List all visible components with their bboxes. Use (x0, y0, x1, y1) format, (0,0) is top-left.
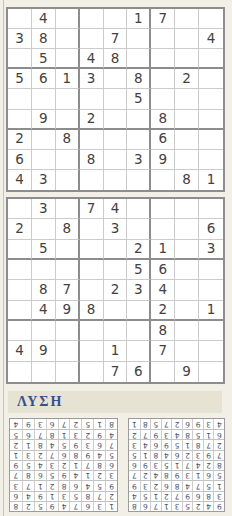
cell-r8c9: 5 (10, 429, 22, 439)
cell-r9c4: 6 (182, 419, 193, 429)
cell-r7c1 (8, 321, 32, 341)
cell-r1c3: 6 (81, 501, 93, 511)
cell-r7c7: 8 (34, 439, 46, 449)
sudoku-puzzle-top: 4173874548561382592828668394381 (6, 7, 225, 192)
cell-r2c5: 7 (104, 29, 128, 49)
cell-r3c2: 5 (203, 480, 214, 490)
cell-r4c2 (32, 260, 56, 280)
cell-r2c7: 1 (150, 491, 161, 501)
cell-r2c5: 3 (104, 219, 128, 239)
cell-r3c7: 1 (151, 240, 175, 260)
cell-r8c3: 5 (192, 429, 203, 439)
cell-r3c7: 2 (150, 480, 161, 490)
cell-r5c4: 1 (69, 460, 81, 470)
cell-r1c4: 7 (80, 199, 104, 219)
cell-r6c1: 7 (213, 450, 224, 460)
cell-r8c5: 1 (104, 341, 128, 361)
cell-r2c4 (80, 29, 104, 49)
cell-r1c1: 1 (105, 501, 117, 511)
cell-r4c3: 1 (192, 470, 203, 480)
cell-r9c2: 3 (203, 419, 214, 429)
cell-r5c2: 2 (203, 460, 214, 470)
cell-r6c6 (127, 110, 151, 130)
cell-r6c9: 5 (129, 450, 140, 460)
cell-r3c5: 8 (171, 480, 182, 490)
cell-r1c1: 9 (213, 501, 224, 511)
cell-r5c3: 7 (56, 280, 80, 300)
solution-header-band: ΛΥΣΗ (8, 391, 222, 413)
cell-r6c8: 3 (22, 450, 34, 460)
cell-r9c2: 3 (32, 170, 56, 190)
cell-r8c6: 8 (46, 429, 58, 439)
cell-r3c6 (127, 49, 151, 69)
cell-r7c3: 8 (56, 130, 80, 150)
magazine-sudoku-page: 4173874548561382592828668394381 37428365… (0, 0, 232, 516)
cell-r3c6: 2 (46, 480, 58, 490)
cell-r4c6: 5 (46, 470, 58, 480)
cell-r1c8: 2 (22, 501, 34, 511)
cell-r6c4: 2 (80, 110, 104, 130)
cell-r8c2: 9 (32, 341, 56, 361)
cell-r5c8: 9 (140, 460, 151, 470)
cell-r2c6 (127, 29, 151, 49)
cell-r3c6: 2 (127, 240, 151, 260)
cell-r5c7: 3 (150, 460, 161, 470)
cell-r5c1: 8 (213, 460, 224, 470)
cell-r4c9: 7 (129, 470, 140, 480)
cell-r1c6 (127, 199, 151, 219)
cell-r5c4 (80, 280, 104, 300)
cell-r7c8: 1 (22, 439, 34, 449)
cell-r1c2: 3 (93, 501, 105, 511)
cell-r5c2: 8 (32, 280, 56, 300)
cell-r6c7: 2 (151, 301, 175, 321)
cell-r9c6 (127, 170, 151, 190)
cell-r3c9 (199, 49, 223, 69)
cell-r2c1: 2 (105, 491, 117, 501)
cell-r9c5: 2 (171, 419, 182, 429)
cell-r3c4: 4 (182, 480, 193, 490)
cell-r6c1: 5 (105, 450, 117, 460)
cell-r5c7: 4 (151, 280, 175, 300)
cell-r9c8: 9 (22, 419, 34, 429)
cell-r6c8 (175, 110, 199, 130)
cell-r7c4: 1 (182, 439, 193, 449)
cell-r4c5 (104, 260, 128, 280)
cell-r6c4: 2 (182, 450, 193, 460)
cell-r1c9: 8 (10, 501, 22, 511)
cell-r7c7: 6 (150, 439, 161, 449)
cell-r2c4: 5 (69, 491, 81, 501)
cell-r2c1: 3 (8, 29, 32, 49)
cell-r7c6 (127, 321, 151, 341)
cell-r6c9 (199, 110, 223, 130)
cell-r9c4 (80, 170, 104, 190)
cell-r8c2: 1 (203, 429, 214, 439)
cell-r4c3 (56, 260, 80, 280)
cell-r9c3 (56, 362, 80, 382)
cell-r5c7 (151, 89, 175, 109)
cell-r6c2: 4 (32, 301, 56, 321)
cell-r4c7: 6 (34, 470, 46, 480)
cell-r1c9: 8 (129, 501, 140, 511)
cell-r1c6: 1 (161, 501, 172, 511)
cell-r4c1 (8, 260, 32, 280)
solution-heading: ΛΥΣΗ (8, 391, 63, 413)
cell-r6c1 (8, 301, 32, 321)
cell-r2c3 (56, 29, 80, 49)
cell-r3c1: 1 (213, 480, 224, 490)
cell-r4c2: 2 (93, 470, 105, 480)
cell-r8c8 (175, 150, 199, 170)
cell-r8c4: 3 (69, 429, 81, 439)
cell-r6c3: 3 (192, 450, 203, 460)
cell-r9c9: 1 (199, 170, 223, 190)
cell-r8c8: 7 (140, 429, 151, 439)
cell-r2c4: 9 (182, 491, 193, 501)
cell-r2c9: 6 (199, 219, 223, 239)
cell-r3c4 (80, 240, 104, 260)
cell-r3c4: 6 (69, 480, 81, 490)
cell-r1c3: 2 (192, 501, 203, 511)
cell-r6c6: 4 (161, 450, 172, 460)
cell-r6c3: 9 (81, 450, 93, 460)
cell-r2c7: 9 (34, 491, 46, 501)
cell-r1c5: 4 (58, 501, 70, 511)
cell-r7c5: 5 (58, 439, 70, 449)
cell-r2c6: 2 (161, 491, 172, 501)
cell-r3c5: 8 (104, 49, 128, 69)
cell-r7c8: 4 (140, 439, 151, 449)
cell-r9c1: 4 (8, 170, 32, 190)
cell-r5c2: 8 (93, 460, 105, 470)
cell-r5c9: 9 (10, 460, 22, 470)
solution-grid-bottom-puzzle-rotated: 1367495282785319469546821733214956876871… (9, 418, 118, 512)
cell-r9c5: 7 (58, 419, 70, 429)
cell-r1c5: 3 (171, 501, 182, 511)
cell-r2c8: 5 (140, 491, 151, 501)
cell-r3c2: 5 (32, 49, 56, 69)
cell-r5c1: 6 (105, 460, 117, 470)
cell-r3c5: 8 (58, 480, 70, 490)
cell-r7c6: 4 (46, 439, 58, 449)
cell-r8c2: 9 (93, 429, 105, 439)
cell-r9c7 (151, 362, 175, 382)
cell-r8c6: 3 (161, 429, 172, 439)
cell-r9c1: 8 (105, 419, 117, 429)
cell-r4c7: 6 (151, 260, 175, 280)
cell-r1c3 (56, 9, 80, 29)
cell-r7c3 (56, 321, 80, 341)
cell-r1c9 (199, 199, 223, 219)
cell-r2c8 (175, 29, 199, 49)
cell-r4c4: 4 (69, 470, 81, 480)
cell-r5c8 (175, 89, 199, 109)
cell-r7c9 (199, 130, 223, 150)
cell-r7c4: 9 (69, 439, 81, 449)
cell-r3c6: 6 (161, 480, 172, 490)
cell-r1c7 (151, 199, 175, 219)
cell-r1c7: 7 (150, 501, 161, 511)
cell-r4c9 (199, 260, 223, 280)
cell-r9c7 (151, 170, 175, 190)
cell-r5c1 (8, 89, 32, 109)
cell-r6c9: 1 (199, 301, 223, 321)
cell-r9c9: 1 (129, 419, 140, 429)
cell-r3c3: 7 (192, 480, 203, 490)
cell-r2c7 (151, 29, 175, 49)
cell-r3c2: 5 (93, 480, 105, 490)
cell-r8c5: 4 (171, 429, 182, 439)
cell-r9c2: 1 (93, 419, 105, 429)
cell-r2c6 (127, 219, 151, 239)
cell-r6c4: 8 (80, 301, 104, 321)
cell-r7c9: 3 (129, 439, 140, 449)
cell-r6c2: 4 (93, 450, 105, 460)
cell-r2c1: 2 (8, 219, 32, 239)
cell-r3c1 (8, 240, 32, 260)
cell-r9c7: 5 (150, 419, 161, 429)
cell-r1c1 (8, 199, 32, 219)
cell-r1c8: 6 (140, 501, 151, 511)
cell-r8c9 (199, 341, 223, 361)
cell-r7c4 (80, 130, 104, 150)
cell-r8c1: 6 (213, 429, 224, 439)
cell-r4c6: 8 (161, 470, 172, 480)
cell-r4c8 (175, 260, 199, 280)
cell-r9c6: 6 (46, 419, 58, 429)
cell-r6c5 (104, 301, 128, 321)
cell-r9c9 (199, 362, 223, 382)
cell-r1c8 (175, 9, 199, 29)
cell-r6c4: 8 (69, 450, 81, 460)
cell-r4c5: 9 (171, 470, 182, 480)
cell-r5c5: 2 (58, 460, 70, 470)
cell-r7c6 (127, 130, 151, 150)
cell-r9c7: 3 (34, 419, 46, 429)
cell-r6c5 (104, 110, 128, 130)
cell-r6c6: 7 (46, 450, 58, 460)
cell-r8c4: 8 (182, 429, 193, 439)
cell-r3c3 (56, 240, 80, 260)
cell-r5c5: 1 (171, 460, 182, 470)
cell-r8c8: 6 (22, 429, 34, 439)
cell-r5c8: 5 (22, 460, 34, 470)
cell-r2c5: 7 (171, 491, 182, 501)
cell-r6c9: 1 (10, 450, 22, 460)
cell-r4c9: 7 (10, 470, 22, 480)
cell-r4c5 (104, 69, 128, 89)
cell-r5c6: 5 (127, 89, 151, 109)
cell-r6c7: 8 (151, 110, 175, 130)
cell-r7c5 (104, 130, 128, 150)
cell-r5c6: 3 (127, 280, 151, 300)
cell-r4c1: 5 (213, 470, 224, 480)
cell-r5c7: 4 (34, 460, 46, 470)
cell-r5c4: 7 (182, 460, 193, 470)
cell-r1c8 (175, 199, 199, 219)
cell-r3c2: 5 (32, 240, 56, 260)
cell-r7c7: 8 (151, 321, 175, 341)
cell-r8c7: 9 (151, 150, 175, 170)
cell-r7c5 (104, 321, 128, 341)
cell-r2c7 (151, 219, 175, 239)
cell-r3c9: 3 (199, 240, 223, 260)
cell-r2c1: 3 (213, 491, 224, 501)
cell-r7c4 (80, 321, 104, 341)
cell-r8c5 (104, 150, 128, 170)
cell-r7c8 (175, 321, 199, 341)
cell-r3c3: 4 (81, 480, 93, 490)
cell-r8c6: 3 (127, 150, 151, 170)
cell-r3c9: 9 (129, 480, 140, 490)
cell-r9c9: 4 (10, 419, 22, 429)
cell-r1c2: 4 (203, 501, 214, 511)
cell-r4c2: 6 (32, 69, 56, 89)
cell-r1c5 (104, 9, 128, 29)
cell-r1c2: 3 (32, 199, 56, 219)
cell-r9c8: 9 (175, 362, 199, 382)
cell-r5c5: 2 (104, 280, 128, 300)
cell-r4c7 (151, 69, 175, 89)
cell-r7c3: 3 (81, 439, 93, 449)
cell-r4c1: 5 (8, 69, 32, 89)
cell-r3c1: 9 (105, 480, 117, 490)
cell-r8c7: 9 (150, 429, 161, 439)
cell-r2c3: 8 (81, 491, 93, 501)
cell-r1c6: 9 (46, 501, 58, 511)
cell-r8c4: 8 (80, 150, 104, 170)
cell-r5c8 (175, 280, 199, 300)
cell-r9c2 (32, 362, 56, 382)
cell-r3c8: 3 (140, 480, 151, 490)
cell-r7c1: 2 (213, 439, 224, 449)
cell-r7c2: 7 (203, 439, 214, 449)
cell-r6c7: 2 (34, 450, 46, 460)
cell-r2c9: 4 (199, 29, 223, 49)
cell-r6c8 (175, 301, 199, 321)
cell-r2c3: 8 (56, 219, 80, 239)
cell-r1c4 (80, 9, 104, 29)
cell-r6c6 (127, 301, 151, 321)
cell-r5c2 (32, 89, 56, 109)
cell-r1c6: 1 (127, 9, 151, 29)
cell-r7c7: 6 (151, 130, 175, 150)
cell-r8c3: 2 (81, 429, 93, 439)
cell-r3c7 (151, 49, 175, 69)
column-rule (3, 0, 4, 516)
cell-r5c6: 5 (161, 460, 172, 470)
cell-r9c1: 4 (213, 419, 224, 429)
cell-r8c1: 6 (8, 150, 32, 170)
cell-r4c6: 8 (127, 69, 151, 89)
cell-r4c5: 9 (58, 470, 70, 480)
cell-r3c8 (175, 49, 199, 69)
cell-r2c3: 6 (192, 491, 203, 501)
cell-r3c9: 3 (10, 480, 22, 490)
cell-r5c1 (8, 280, 32, 300)
cell-r5c3 (56, 89, 80, 109)
cell-r3c8: 7 (22, 480, 34, 490)
cell-r8c3 (56, 341, 80, 361)
cell-r4c3: 1 (81, 470, 93, 480)
cell-r5c6: 3 (46, 460, 58, 470)
cell-r6c3: 9 (56, 301, 80, 321)
cell-r5c4 (80, 89, 104, 109)
cell-r4c1: 3 (105, 470, 117, 480)
cell-r9c6: 7 (161, 419, 172, 429)
cell-r2c9: 6 (10, 491, 22, 501)
sudoku-puzzle-bottom: 3742836521356872344982184917769 (6, 197, 225, 384)
cell-r1c2: 4 (32, 9, 56, 29)
cell-r6c7: 8 (150, 450, 161, 460)
cell-r7c2 (32, 321, 56, 341)
cell-r2c9: 4 (129, 491, 140, 501)
cell-r3c3 (56, 49, 80, 69)
cell-r5c3: 4 (192, 460, 203, 470)
cell-r1c4: 5 (182, 501, 193, 511)
cell-r7c3: 8 (192, 439, 203, 449)
cell-r7c9: 2 (10, 439, 22, 449)
cell-r3c1 (8, 49, 32, 69)
cell-r9c8: 8 (175, 170, 199, 190)
cell-r8c8 (175, 341, 199, 361)
cell-r9c3 (56, 170, 80, 190)
cell-r9c4 (80, 362, 104, 382)
cell-r9c3: 9 (192, 419, 203, 429)
cell-r8c3 (56, 150, 80, 170)
cell-r4c7: 4 (150, 470, 161, 480)
cell-r7c1: 2 (8, 130, 32, 150)
cell-r9c8: 8 (140, 419, 151, 429)
cell-r3c4: 4 (80, 49, 104, 69)
cell-r4c8: 2 (175, 69, 199, 89)
cell-r8c9 (199, 150, 223, 170)
cell-r9c6: 6 (127, 362, 151, 382)
cell-r7c8 (175, 130, 199, 150)
cell-r8c6 (127, 341, 151, 361)
cell-r2c6: 1 (46, 491, 58, 501)
cell-r1c3 (56, 199, 80, 219)
cell-r9c1 (8, 362, 32, 382)
cell-r5c3: 7 (81, 460, 93, 470)
cell-r8c2 (32, 150, 56, 170)
cell-r7c2 (32, 130, 56, 150)
cell-r1c1 (8, 9, 32, 29)
cell-r5c9: 6 (129, 460, 140, 470)
cell-r4c8: 2 (140, 470, 151, 480)
cell-r2c8 (175, 219, 199, 239)
cell-r8c7: 7 (34, 429, 46, 439)
cell-r9c3: 5 (81, 419, 93, 429)
cell-r1c5: 4 (104, 199, 128, 219)
cell-r2c4 (80, 219, 104, 239)
cell-r6c1 (8, 110, 32, 130)
cell-r2c8: 4 (22, 491, 34, 501)
cell-r9c4: 2 (69, 419, 81, 429)
cell-r6c2: 9 (203, 450, 214, 460)
solution-grid-top-puzzle-rotated: 9425317683869721541574862395613984278247… (128, 418, 225, 512)
cell-r2c2: 8 (203, 491, 214, 501)
cell-r8c5: 1 (58, 429, 70, 439)
cell-r4c4 (80, 260, 104, 280)
cell-r8c4 (80, 341, 104, 361)
cell-r2c2: 7 (93, 491, 105, 501)
cell-r8c7: 7 (151, 341, 175, 361)
cell-r7c2: 6 (93, 439, 105, 449)
cell-r6c2: 9 (32, 110, 56, 130)
cell-r9c5: 7 (104, 362, 128, 382)
